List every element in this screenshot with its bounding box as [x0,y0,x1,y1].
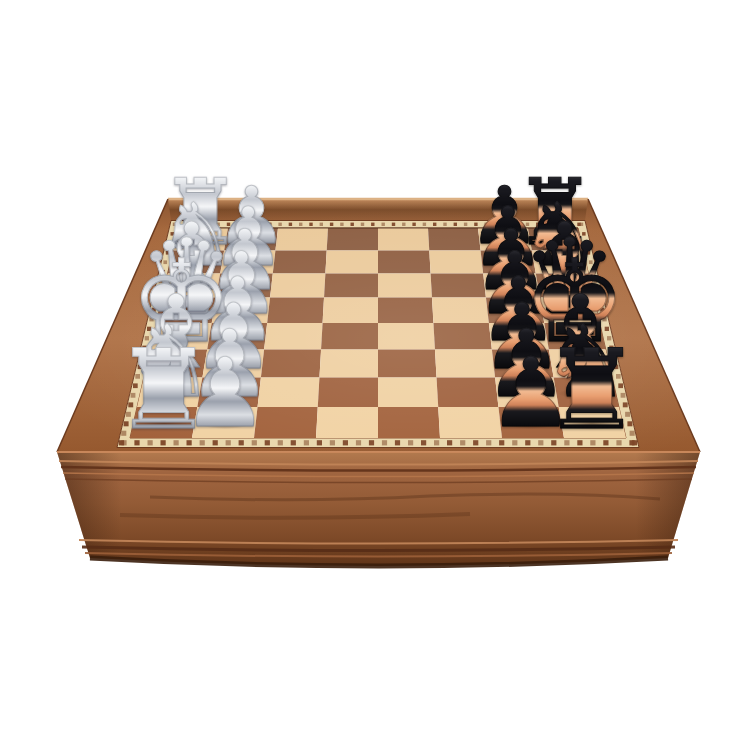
square-e5[interactable] [378,323,435,350]
square-g4[interactable] [318,378,378,408]
square-f4[interactable] [319,350,378,378]
square-e4[interactable] [321,323,378,350]
square-d4[interactable] [323,298,378,324]
square-c5[interactable] [378,274,432,298]
piece-black-pawn[interactable]: ♟ [488,346,574,442]
square-c4[interactable] [324,274,378,298]
square-b5[interactable] [378,251,431,274]
square-h4[interactable] [316,407,378,438]
square-b4[interactable] [325,251,378,274]
square-a4[interactable] [327,228,378,251]
square-d5[interactable] [378,298,433,324]
chess-set-product-photo: ♜♟♟♜♞♟♟♞♝♟♟♝♛♟♟♛♚♟♟♚♝♟♟♝♞♟♟♞♜♟♟♜ [0,0,750,750]
square-g5[interactable] [378,378,438,408]
square-a5[interactable] [378,228,429,251]
square-f5[interactable] [378,350,437,378]
piece-white-rook[interactable]: ♜ [115,334,214,444]
square-h5[interactable] [378,407,440,438]
